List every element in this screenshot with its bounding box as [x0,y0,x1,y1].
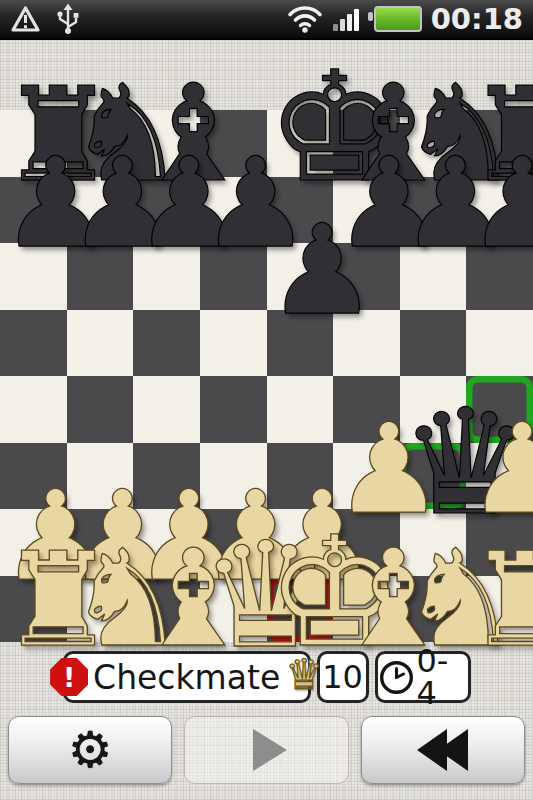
piece-black-pawn-h7[interactable]: ♟ [466,141,533,265]
usb-icon [55,3,81,35]
piece-white-rook-a1[interactable]: ♜ [0,535,67,665]
piece-white-king-e1[interactable]: ♚ [267,517,334,669]
piece-black-pawn-c7[interactable]: ♟ [133,141,200,265]
square-g5[interactable] [400,310,467,377]
square-d4[interactable] [200,376,267,443]
square-c5[interactable] [133,310,200,377]
square-c4[interactable] [133,376,200,443]
piece-black-pawn-d7[interactable]: ♟ [200,141,267,265]
piece-white-knight-b1[interactable]: ♞ [67,532,134,666]
play-button[interactable] [184,716,348,784]
piece-black-pawn-a7[interactable]: ♟ [0,141,67,265]
square-h5[interactable] [466,310,533,377]
toolbar: ⚙ [0,716,533,784]
piece-white-rook-h1[interactable]: ♜ [466,535,533,665]
play-icon [253,729,287,771]
piece-black-pawn-e6[interactable]: ♟ [267,208,334,332]
rewind-button[interactable] [361,716,525,784]
status-bar: 00:18 [0,0,533,40]
warning-icon [10,5,41,33]
square-e4[interactable] [267,376,334,443]
square-b4[interactable] [67,376,134,443]
gear-icon: ⚙ [68,725,113,775]
wifi-icon [286,5,324,33]
piece-white-pawn-h3[interactable]: ♟ [466,407,533,531]
settings-button[interactable]: ⚙ [8,716,172,784]
piece-black-queen-g3[interactable]: ♛ [400,389,467,535]
piece-white-bishop-f1[interactable]: ♝ [333,532,400,666]
square-a5[interactable] [0,310,67,377]
chess-board[interactable]: ♜♞♝♚♝♞♜♟♟♟♟♟♟♟♟♟♛♟♟♟♟♟♟♜♞♝♛♚♝♞♜ [0,110,533,642]
piece-white-bishop-c1[interactable]: ♝ [133,532,200,666]
status-clock: 00:18 [431,5,523,34]
piece-black-pawn-g7[interactable]: ♟ [400,141,467,265]
square-a4[interactable] [0,376,67,443]
square-b5[interactable] [67,310,134,377]
battery-icon [374,6,422,32]
square-d5[interactable] [200,310,267,377]
signal-icon [333,7,359,31]
piece-white-knight-g1[interactable]: ♞ [400,532,467,666]
piece-white-queen-d1[interactable]: ♛ [200,522,267,668]
piece-black-pawn-b7[interactable]: ♟ [67,141,134,265]
